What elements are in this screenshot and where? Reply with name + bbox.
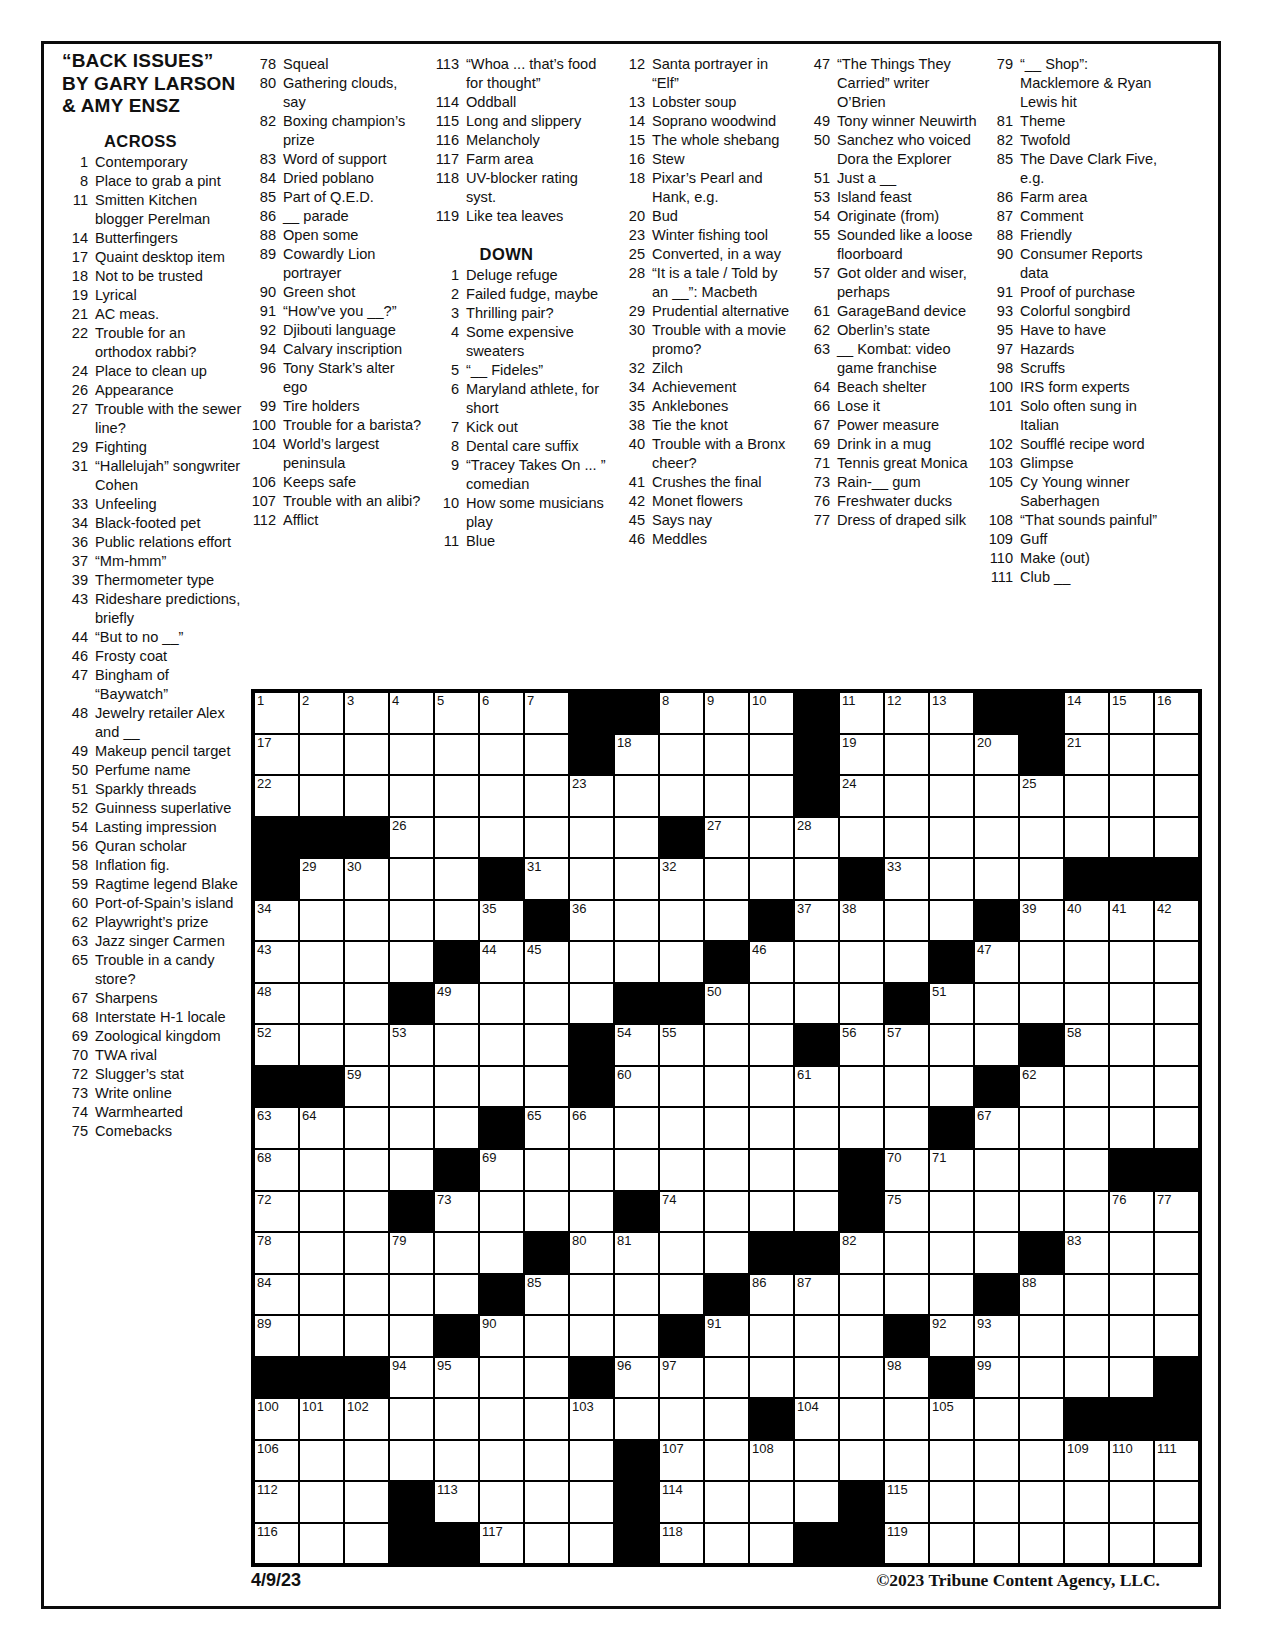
grid-cell-r13c17[interactable] [974,1191,1019,1233]
grid-cell-r16c6[interactable]: 90 [479,1315,524,1357]
grid-cell-r14c2[interactable] [299,1232,344,1274]
grid-cell-r10c14[interactable] [839,1066,884,1108]
grid-cell-r16c2[interactable] [299,1315,344,1357]
grid-cell-r12c9[interactable] [614,1149,659,1191]
grid-cell-r14c4[interactable]: 79 [389,1232,434,1274]
grid-cell-r17c17[interactable]: 99 [974,1357,1019,1399]
grid-cell-r6c18[interactable]: 39 [1019,900,1064,942]
grid-cell-r1c12[interactable]: 10 [749,692,794,734]
grid-cell-r11c5[interactable] [434,1107,479,1149]
grid-cell-r3c1[interactable]: 22 [254,775,299,817]
grid-cell-r2c14[interactable]: 19 [839,734,884,776]
grid-cell-r5c4[interactable] [389,858,434,900]
grid-cell-r2c20[interactable] [1109,734,1154,776]
grid-cell-r2c3[interactable] [344,734,389,776]
grid-cell-r18c17[interactable] [974,1398,1019,1440]
grid-cell-r14c5[interactable] [434,1232,479,1274]
grid-cell-r4c21[interactable] [1154,817,1199,859]
grid-cell-r6c3[interactable] [344,900,389,942]
grid-cell-r4c5[interactable] [434,817,479,859]
grid-cell-r5c7[interactable]: 31 [524,858,569,900]
grid-cell-r16c1[interactable]: 89 [254,1315,299,1357]
grid-cell-r2c9[interactable]: 18 [614,734,659,776]
grid-cell-r6c2[interactable] [299,900,344,942]
grid-cell-r2c19[interactable]: 21 [1064,734,1109,776]
grid-cell-r6c20[interactable]: 41 [1109,900,1154,942]
grid-cell-r5c15[interactable]: 33 [884,858,929,900]
grid-cell-r12c16[interactable]: 71 [929,1149,974,1191]
grid-cell-r7c8[interactable] [569,941,614,983]
grid-cell-r2c2[interactable] [299,734,344,776]
grid-cell-r19c8[interactable] [569,1440,614,1482]
grid-cell-r9c14[interactable]: 56 [839,1024,884,1066]
grid-cell-r9c6[interactable] [479,1024,524,1066]
grid-cell-r10c15[interactable] [884,1066,929,1108]
grid-cell-r3c6[interactable] [479,775,524,817]
grid-cell-r21c3[interactable] [344,1523,389,1565]
grid-cell-r9c7[interactable] [524,1024,569,1066]
grid-cell-r13c3[interactable] [344,1191,389,1233]
grid-cell-r9c21[interactable] [1154,1024,1199,1066]
grid-cell-r3c16[interactable] [929,775,974,817]
grid-cell-r19c20[interactable]: 110 [1109,1440,1154,1482]
grid-cell-r18c16[interactable]: 105 [929,1398,974,1440]
grid-cell-r20c1[interactable]: 112 [254,1481,299,1523]
grid-cell-r8c20[interactable] [1109,983,1154,1025]
grid-cell-r8c18[interactable] [1019,983,1064,1025]
grid-cell-r12c1[interactable]: 68 [254,1149,299,1191]
grid-cell-r14c6[interactable] [479,1232,524,1274]
grid-cell-r17c19[interactable] [1064,1357,1109,1399]
grid-cell-r4c7[interactable] [524,817,569,859]
grid-cell-r19c12[interactable]: 108 [749,1440,794,1482]
grid-cell-r20c21[interactable] [1154,1481,1199,1523]
grid-cell-r11c20[interactable] [1109,1107,1154,1149]
grid-cell-r1c1[interactable]: 1 [254,692,299,734]
grid-cell-r13c1[interactable]: 72 [254,1191,299,1233]
grid-cell-r17c14[interactable] [839,1357,884,1399]
grid-cell-r13c10[interactable]: 74 [659,1191,704,1233]
grid-cell-r7c1[interactable]: 43 [254,941,299,983]
grid-cell-r21c16[interactable] [929,1523,974,1565]
grid-cell-r15c21[interactable] [1154,1274,1199,1316]
grid-cell-r19c1[interactable]: 106 [254,1440,299,1482]
grid-cell-r19c18[interactable] [1019,1440,1064,1482]
grid-cell-r5c5[interactable] [434,858,479,900]
grid-cell-r19c2[interactable] [299,1440,344,1482]
grid-cell-r20c16[interactable] [929,1481,974,1523]
grid-cell-r14c20[interactable] [1109,1232,1154,1274]
grid-cell-r16c14[interactable] [839,1315,884,1357]
grid-cell-r19c10[interactable]: 107 [659,1440,704,1482]
grid-cell-r21c8[interactable] [569,1523,614,1565]
grid-cell-r16c4[interactable] [389,1315,434,1357]
grid-cell-r18c7[interactable] [524,1398,569,1440]
grid-cell-r2c1[interactable]: 17 [254,734,299,776]
grid-cell-r12c2[interactable] [299,1149,344,1191]
grid-cell-r12c10[interactable] [659,1149,704,1191]
grid-cell-r12c11[interactable] [704,1149,749,1191]
grid-cell-r19c19[interactable]: 109 [1064,1440,1109,1482]
grid-cell-r8c2[interactable] [299,983,344,1025]
grid-cell-r9c20[interactable] [1109,1024,1154,1066]
grid-cell-r16c17[interactable]: 93 [974,1315,1019,1357]
grid-cell-r20c13[interactable] [794,1481,839,1523]
grid-cell-r21c10[interactable]: 118 [659,1523,704,1565]
grid-cell-r6c14[interactable]: 38 [839,900,884,942]
grid-cell-r1c14[interactable]: 11 [839,692,884,734]
grid-cell-r3c10[interactable] [659,775,704,817]
grid-cell-r9c10[interactable]: 55 [659,1024,704,1066]
grid-cell-r7c19[interactable] [1064,941,1109,983]
grid-cell-r12c4[interactable] [389,1149,434,1191]
grid-cell-r6c9[interactable] [614,900,659,942]
grid-cell-r11c19[interactable] [1064,1107,1109,1149]
grid-cell-r7c14[interactable] [839,941,884,983]
grid-cell-r6c6[interactable]: 35 [479,900,524,942]
grid-cell-r15c19[interactable] [1064,1274,1109,1316]
grid-cell-r3c11[interactable] [704,775,749,817]
grid-cell-r9c17[interactable] [974,1024,1019,1066]
grid-cell-r18c14[interactable] [839,1398,884,1440]
grid-cell-r7c3[interactable] [344,941,389,983]
grid-cell-r15c3[interactable] [344,1274,389,1316]
grid-cell-r10c5[interactable] [434,1066,479,1108]
grid-cell-r21c1[interactable]: 116 [254,1523,299,1565]
grid-cell-r21c6[interactable]: 117 [479,1523,524,1565]
grid-cell-r5c16[interactable] [929,858,974,900]
grid-cell-r20c20[interactable] [1109,1481,1154,1523]
grid-cell-r4c8[interactable] [569,817,614,859]
grid-cell-r14c19[interactable]: 83 [1064,1232,1109,1274]
grid-cell-r16c18[interactable] [1019,1315,1064,1357]
grid-cell-r11c15[interactable] [884,1107,929,1149]
grid-cell-r14c17[interactable] [974,1232,1019,1274]
grid-cell-r4c6[interactable] [479,817,524,859]
grid-cell-r11c7[interactable]: 65 [524,1107,569,1149]
grid-cell-r7c15[interactable] [884,941,929,983]
grid-cell-r4c17[interactable] [974,817,1019,859]
grid-cell-r15c9[interactable] [614,1274,659,1316]
grid-cell-r2c11[interactable] [704,734,749,776]
grid-cell-r9c16[interactable] [929,1024,974,1066]
grid-cell-r9c15[interactable]: 57 [884,1024,929,1066]
grid-cell-r5c9[interactable] [614,858,659,900]
grid-cell-r10c7[interactable] [524,1066,569,1108]
grid-cell-r3c3[interactable] [344,775,389,817]
grid-cell-r17c4[interactable]: 94 [389,1357,434,1399]
grid-cell-r19c11[interactable] [704,1440,749,1482]
grid-cell-r4c12[interactable] [749,817,794,859]
grid-cell-r6c13[interactable]: 37 [794,900,839,942]
grid-cell-r8c8[interactable] [569,983,614,1025]
grid-cell-r1c19[interactable]: 14 [1064,692,1109,734]
grid-cell-r14c16[interactable] [929,1232,974,1274]
grid-cell-r19c16[interactable] [929,1440,974,1482]
grid-cell-r6c19[interactable]: 40 [1064,900,1109,942]
grid-cell-r8c7[interactable] [524,983,569,1025]
grid-cell-r8c17[interactable] [974,983,1019,1025]
grid-cell-r1c7[interactable]: 7 [524,692,569,734]
grid-cell-r8c12[interactable] [749,983,794,1025]
grid-cell-r4c14[interactable] [839,817,884,859]
grid-cell-r6c10[interactable] [659,900,704,942]
grid-cell-r13c2[interactable] [299,1191,344,1233]
grid-cell-r3c21[interactable] [1154,775,1199,817]
grid-cell-r7c17[interactable]: 47 [974,941,1019,983]
grid-cell-r3c5[interactable] [434,775,479,817]
grid-cell-r1c3[interactable]: 3 [344,692,389,734]
grid-cell-r10c11[interactable] [704,1066,749,1108]
grid-cell-r20c5[interactable]: 113 [434,1481,479,1523]
grid-cell-r11c11[interactable] [704,1107,749,1149]
grid-cell-r1c2[interactable]: 2 [299,692,344,734]
grid-cell-r13c8[interactable] [569,1191,614,1233]
grid-cell-r17c10[interactable]: 97 [659,1357,704,1399]
grid-cell-r6c1[interactable]: 34 [254,900,299,942]
grid-cell-r16c20[interactable] [1109,1315,1154,1357]
grid-cell-r16c11[interactable]: 91 [704,1315,749,1357]
grid-cell-r6c16[interactable] [929,900,974,942]
grid-cell-r12c12[interactable] [749,1149,794,1191]
grid-cell-r18c13[interactable]: 104 [794,1398,839,1440]
grid-cell-r18c4[interactable] [389,1398,434,1440]
grid-cell-r11c9[interactable] [614,1107,659,1149]
grid-cell-r9c12[interactable] [749,1024,794,1066]
grid-cell-r4c4[interactable]: 26 [389,817,434,859]
grid-cell-r5c2[interactable]: 29 [299,858,344,900]
grid-cell-r12c6[interactable]: 69 [479,1149,524,1191]
grid-cell-r6c11[interactable] [704,900,749,942]
grid-cell-r21c7[interactable] [524,1523,569,1565]
grid-cell-r18c9[interactable] [614,1398,659,1440]
grid-cell-r5c11[interactable] [704,858,749,900]
grid-cell-r20c3[interactable] [344,1481,389,1523]
grid-cell-r14c1[interactable]: 78 [254,1232,299,1274]
grid-cell-r18c5[interactable] [434,1398,479,1440]
grid-cell-r12c19[interactable] [1064,1149,1109,1191]
grid-cell-r5c13[interactable] [794,858,839,900]
grid-cell-r17c20[interactable] [1109,1357,1154,1399]
grid-cell-r19c7[interactable] [524,1440,569,1482]
grid-cell-r2c12[interactable] [749,734,794,776]
grid-cell-r7c6[interactable]: 44 [479,941,524,983]
grid-cell-r15c7[interactable]: 85 [524,1274,569,1316]
grid-cell-r4c20[interactable] [1109,817,1154,859]
grid-cell-r10c6[interactable] [479,1066,524,1108]
grid-cell-r3c19[interactable] [1064,775,1109,817]
grid-cell-r10c12[interactable] [749,1066,794,1108]
grid-cell-r13c5[interactable]: 73 [434,1191,479,1233]
grid-cell-r11c12[interactable] [749,1107,794,1149]
grid-cell-r19c17[interactable] [974,1440,1019,1482]
grid-cell-r7c12[interactable]: 46 [749,941,794,983]
grid-cell-r16c13[interactable] [794,1315,839,1357]
grid-cell-r13c13[interactable] [794,1191,839,1233]
grid-cell-r14c11[interactable] [704,1232,749,1274]
grid-cell-r17c9[interactable]: 96 [614,1357,659,1399]
grid-cell-r21c17[interactable] [974,1523,1019,1565]
grid-cell-r7c10[interactable] [659,941,704,983]
grid-cell-r7c21[interactable] [1154,941,1199,983]
grid-cell-r19c3[interactable] [344,1440,389,1482]
grid-cell-r21c18[interactable] [1019,1523,1064,1565]
grid-cell-r2c6[interactable] [479,734,524,776]
grid-cell-r12c15[interactable]: 70 [884,1149,929,1191]
grid-cell-r6c15[interactable] [884,900,929,942]
grid-cell-r20c6[interactable] [479,1481,524,1523]
grid-cell-r5c3[interactable]: 30 [344,858,389,900]
grid-cell-r10c3[interactable]: 59 [344,1066,389,1108]
grid-cell-r14c3[interactable] [344,1232,389,1274]
grid-cell-r5c17[interactable] [974,858,1019,900]
grid-cell-r9c11[interactable] [704,1024,749,1066]
grid-cell-r19c14[interactable] [839,1440,884,1482]
grid-cell-r14c9[interactable]: 81 [614,1232,659,1274]
grid-cell-r1c10[interactable]: 8 [659,692,704,734]
grid-cell-r1c4[interactable]: 4 [389,692,434,734]
grid-cell-r15c13[interactable]: 87 [794,1274,839,1316]
grid-cell-r1c21[interactable]: 16 [1154,692,1199,734]
grid-cell-r6c21[interactable]: 42 [1154,900,1199,942]
grid-cell-r2c4[interactable] [389,734,434,776]
grid-cell-r9c4[interactable]: 53 [389,1024,434,1066]
grid-cell-r19c6[interactable] [479,1440,524,1482]
grid-cell-r21c21[interactable] [1154,1523,1199,1565]
grid-cell-r16c8[interactable] [569,1315,614,1357]
grid-cell-r14c10[interactable] [659,1232,704,1274]
grid-cell-r18c15[interactable] [884,1398,929,1440]
grid-cell-r2c7[interactable] [524,734,569,776]
grid-cell-r7c4[interactable] [389,941,434,983]
grid-cell-r17c5[interactable]: 95 [434,1357,479,1399]
grid-cell-r7c13[interactable] [794,941,839,983]
grid-cell-r8c1[interactable]: 48 [254,983,299,1025]
grid-cell-r21c19[interactable] [1064,1523,1109,1565]
grid-cell-r7c18[interactable] [1019,941,1064,983]
grid-cell-r9c2[interactable] [299,1024,344,1066]
grid-cell-r15c15[interactable] [884,1274,929,1316]
grid-cell-r17c6[interactable] [479,1357,524,1399]
grid-cell-r20c2[interactable] [299,1481,344,1523]
grid-cell-r11c14[interactable] [839,1107,884,1149]
grid-cell-r12c13[interactable] [794,1149,839,1191]
grid-cell-r11c3[interactable] [344,1107,389,1149]
grid-cell-r15c2[interactable] [299,1274,344,1316]
grid-cell-r8c13[interactable] [794,983,839,1025]
grid-cell-r15c16[interactable] [929,1274,974,1316]
grid-cell-r2c17[interactable]: 20 [974,734,1019,776]
grid-cell-r15c4[interactable] [389,1274,434,1316]
grid-cell-r11c4[interactable] [389,1107,434,1149]
grid-cell-r13c11[interactable] [704,1191,749,1233]
grid-cell-r11c1[interactable]: 63 [254,1107,299,1149]
grid-cell-r17c7[interactable] [524,1357,569,1399]
grid-cell-r3c18[interactable]: 25 [1019,775,1064,817]
grid-cell-r6c8[interactable]: 36 [569,900,614,942]
grid-cell-r13c21[interactable]: 77 [1154,1191,1199,1233]
grid-cell-r15c10[interactable] [659,1274,704,1316]
grid-cell-r10c18[interactable]: 62 [1019,1066,1064,1108]
grid-cell-r18c18[interactable] [1019,1398,1064,1440]
grid-cell-r6c4[interactable] [389,900,434,942]
grid-cell-r2c10[interactable] [659,734,704,776]
grid-cell-r18c6[interactable] [479,1398,524,1440]
grid-cell-r15c8[interactable] [569,1274,614,1316]
grid-cell-r7c20[interactable] [1109,941,1154,983]
grid-cell-r20c12[interactable] [749,1481,794,1523]
grid-cell-r8c19[interactable] [1064,983,1109,1025]
grid-cell-r19c4[interactable] [389,1440,434,1482]
grid-cell-r10c9[interactable]: 60 [614,1066,659,1108]
grid-cell-r10c19[interactable] [1064,1066,1109,1108]
grid-cell-r21c11[interactable] [704,1523,749,1565]
grid-cell-r18c1[interactable]: 100 [254,1398,299,1440]
grid-cell-r10c4[interactable] [389,1066,434,1108]
grid-cell-r2c15[interactable] [884,734,929,776]
grid-cell-r10c10[interactable] [659,1066,704,1108]
grid-cell-r7c7[interactable]: 45 [524,941,569,983]
grid-cell-r16c7[interactable] [524,1315,569,1357]
grid-cell-r20c17[interactable] [974,1481,1019,1523]
grid-cell-r20c11[interactable] [704,1481,749,1523]
grid-cell-r16c16[interactable]: 92 [929,1315,974,1357]
grid-cell-r14c21[interactable] [1154,1232,1199,1274]
grid-cell-r5c10[interactable]: 32 [659,858,704,900]
grid-cell-r4c13[interactable]: 28 [794,817,839,859]
grid-cell-r10c21[interactable] [1154,1066,1199,1108]
grid-cell-r16c3[interactable] [344,1315,389,1357]
grid-cell-r3c7[interactable] [524,775,569,817]
grid-cell-r18c8[interactable]: 103 [569,1398,614,1440]
grid-cell-r8c3[interactable] [344,983,389,1025]
grid-cell-r2c21[interactable] [1154,734,1199,776]
grid-cell-r12c17[interactable] [974,1149,1019,1191]
grid-cell-r1c6[interactable]: 6 [479,692,524,734]
grid-cell-r16c9[interactable] [614,1315,659,1357]
grid-cell-r21c2[interactable] [299,1523,344,1565]
grid-cell-r12c8[interactable] [569,1149,614,1191]
grid-cell-r16c19[interactable] [1064,1315,1109,1357]
grid-cell-r20c18[interactable] [1019,1481,1064,1523]
grid-cell-r5c8[interactable] [569,858,614,900]
grid-cell-r1c15[interactable]: 12 [884,692,929,734]
grid-cell-r10c16[interactable] [929,1066,974,1108]
grid-cell-r3c12[interactable] [749,775,794,817]
grid-cell-r16c21[interactable] [1154,1315,1199,1357]
grid-cell-r10c13[interactable]: 61 [794,1066,839,1108]
grid-cell-r5c18[interactable] [1019,858,1064,900]
grid-cell-r20c19[interactable] [1064,1481,1109,1523]
grid-cell-r17c13[interactable] [794,1357,839,1399]
grid-cell-r18c2[interactable]: 101 [299,1398,344,1440]
grid-cell-r2c16[interactable] [929,734,974,776]
grid-cell-r3c2[interactable] [299,775,344,817]
grid-cell-r19c5[interactable] [434,1440,479,1482]
grid-cell-r1c11[interactable]: 9 [704,692,749,734]
grid-cell-r20c10[interactable]: 114 [659,1481,704,1523]
grid-cell-r13c20[interactable]: 76 [1109,1191,1154,1233]
grid-cell-r13c12[interactable] [749,1191,794,1233]
grid-cell-r20c15[interactable]: 115 [884,1481,929,1523]
grid-cell-r8c11[interactable]: 50 [704,983,749,1025]
grid-cell-r1c20[interactable]: 15 [1109,692,1154,734]
grid-cell-r9c3[interactable] [344,1024,389,1066]
grid-cell-r17c11[interactable] [704,1357,749,1399]
grid-cell-r4c11[interactable]: 27 [704,817,749,859]
grid-cell-r17c15[interactable]: 98 [884,1357,929,1399]
grid-cell-r8c16[interactable]: 51 [929,983,974,1025]
